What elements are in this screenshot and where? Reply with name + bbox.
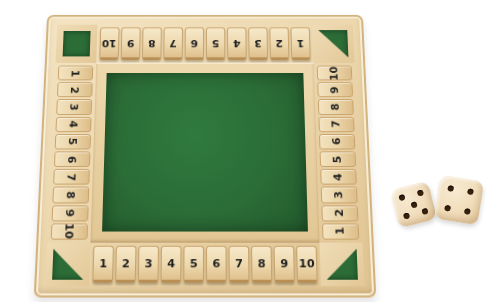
tile-number: 9 — [330, 86, 341, 93]
tile-south-2[interactable]: 2 — [115, 246, 136, 283]
die-pip — [403, 212, 410, 219]
tile-number: 7 — [235, 258, 243, 269]
tile-number: 4 — [167, 258, 175, 269]
tile-number: 9 — [127, 38, 135, 48]
tile-number: 8 — [330, 103, 341, 110]
tile-north-4[interactable]: 4 — [227, 27, 247, 60]
tile-number: 4 — [68, 121, 79, 128]
tile-south-5[interactable]: 5 — [183, 246, 204, 283]
tile-north-2[interactable]: 2 — [269, 27, 289, 60]
tile-north-6[interactable]: 6 — [185, 27, 204, 60]
tile-number: 10 — [329, 66, 340, 80]
tile-row-east: 10987654321 — [314, 63, 363, 243]
tile-number: 1 — [70, 70, 81, 77]
tile-number: 8 — [258, 258, 266, 269]
tile-number: 7 — [331, 121, 342, 128]
tile-north-10[interactable]: 10 — [99, 27, 119, 60]
tile-south-8[interactable]: 8 — [251, 246, 272, 283]
tile-west-4[interactable]: 4 — [55, 117, 91, 132]
tile-east-2[interactable]: 2 — [321, 205, 358, 221]
tile-west-1[interactable]: 1 — [58, 66, 94, 81]
tile-north-7[interactable]: 7 — [163, 27, 183, 60]
tile-number: 6 — [332, 138, 343, 145]
tile-number: 3 — [254, 38, 262, 48]
tile-number: 4 — [233, 38, 240, 48]
tile-number: 8 — [65, 191, 76, 199]
board-grid: 10987654321 12345678910 10987654321 1234… — [46, 25, 365, 286]
die-pip — [467, 189, 474, 196]
corner-bottom-right — [320, 243, 365, 286]
tile-row-south: 12345678910 — [89, 243, 321, 286]
tile-number: 2 — [122, 258, 130, 269]
tile-east-1[interactable]: 1 — [322, 223, 359, 239]
tile-east-8[interactable]: 8 — [318, 99, 354, 114]
tile-number: 3 — [333, 191, 344, 199]
corner-top-left — [56, 25, 98, 63]
tile-south-9[interactable]: 9 — [274, 246, 295, 283]
die-pip — [410, 201, 417, 208]
tile-south-10[interactable]: 10 — [296, 246, 318, 283]
tile-number: 3 — [69, 103, 80, 110]
tile-east-3[interactable]: 3 — [321, 187, 358, 203]
die-pip — [464, 208, 471, 215]
tile-number: 1 — [99, 258, 107, 269]
tile-number: 6 — [191, 38, 198, 48]
die-pip — [417, 190, 424, 197]
tile-north-1[interactable]: 1 — [290, 27, 310, 60]
tile-west-6[interactable]: 6 — [54, 151, 91, 167]
green-felt-center — [102, 73, 308, 232]
tile-number: 9 — [64, 209, 75, 217]
tile-east-6[interactable]: 6 — [319, 134, 355, 150]
tile-number: 10 — [64, 224, 76, 240]
die-1[interactable] — [390, 181, 437, 228]
tile-south-1[interactable]: 1 — [92, 246, 114, 283]
tile-west-8[interactable]: 8 — [52, 187, 89, 203]
felt-well-bottom-left — [52, 249, 84, 280]
tile-number: 6 — [212, 258, 220, 269]
tile-west-9[interactable]: 9 — [52, 205, 89, 221]
tile-number: 10 — [299, 258, 315, 269]
corner-top-right — [312, 25, 354, 63]
tile-north-5[interactable]: 5 — [206, 27, 225, 60]
die-pip — [448, 185, 455, 192]
die-pip — [444, 205, 451, 212]
product-photo-scene: 10987654321 12345678910 10987654321 1234… — [0, 0, 500, 302]
tile-number: 5 — [67, 138, 78, 145]
tile-west-3[interactable]: 3 — [56, 99, 92, 114]
felt-well-top-right — [318, 30, 348, 57]
felt-well-bottom-right — [326, 249, 358, 280]
tile-row-west: 12345678910 — [48, 63, 97, 243]
tile-number: 7 — [169, 38, 176, 48]
tile-row-north: 10987654321 — [96, 25, 313, 63]
tile-west-7[interactable]: 7 — [53, 169, 90, 185]
die-2[interactable] — [434, 175, 484, 225]
tile-number: 9 — [280, 258, 288, 269]
tile-number: 2 — [334, 209, 345, 217]
tile-number: 1 — [335, 228, 347, 236]
tile-west-5[interactable]: 5 — [55, 134, 91, 150]
tile-south-7[interactable]: 7 — [229, 246, 250, 283]
tile-north-9[interactable]: 9 — [121, 27, 141, 60]
tile-number: 2 — [69, 86, 80, 93]
tile-east-9[interactable]: 9 — [317, 82, 353, 97]
tile-south-6[interactable]: 6 — [206, 246, 227, 283]
tile-number: 1 — [297, 38, 305, 48]
tile-number: 5 — [190, 258, 198, 269]
shut-the-box-board: 10987654321 12345678910 10987654321 1234… — [34, 15, 377, 298]
tile-east-7[interactable]: 7 — [318, 117, 354, 132]
tile-number: 2 — [275, 38, 283, 48]
tile-east-4[interactable]: 4 — [320, 169, 357, 185]
die-pip — [398, 194, 405, 201]
tile-east-5[interactable]: 5 — [320, 151, 357, 167]
die-pip — [421, 208, 428, 215]
tile-south-4[interactable]: 4 — [161, 246, 182, 283]
corner-bottom-left — [46, 243, 91, 286]
tile-number: 5 — [332, 156, 343, 163]
tile-number: 6 — [67, 156, 78, 163]
tile-number: 5 — [212, 38, 219, 48]
tile-number: 3 — [144, 258, 152, 269]
tile-north-3[interactable]: 3 — [248, 27, 268, 60]
tile-west-2[interactable]: 2 — [57, 82, 93, 97]
tile-number: 10 — [102, 38, 117, 48]
tile-number: 4 — [333, 173, 344, 181]
pivot-rails-frame — [90, 63, 319, 243]
felt-well-top-left — [63, 31, 91, 56]
tile-south-3[interactable]: 3 — [138, 246, 159, 283]
tile-north-8[interactable]: 8 — [142, 27, 162, 60]
tile-east-10[interactable]: 10 — [317, 66, 353, 81]
tile-west-10[interactable]: 10 — [51, 223, 88, 239]
tile-number: 8 — [148, 38, 156, 48]
tile-number: 7 — [66, 173, 77, 181]
